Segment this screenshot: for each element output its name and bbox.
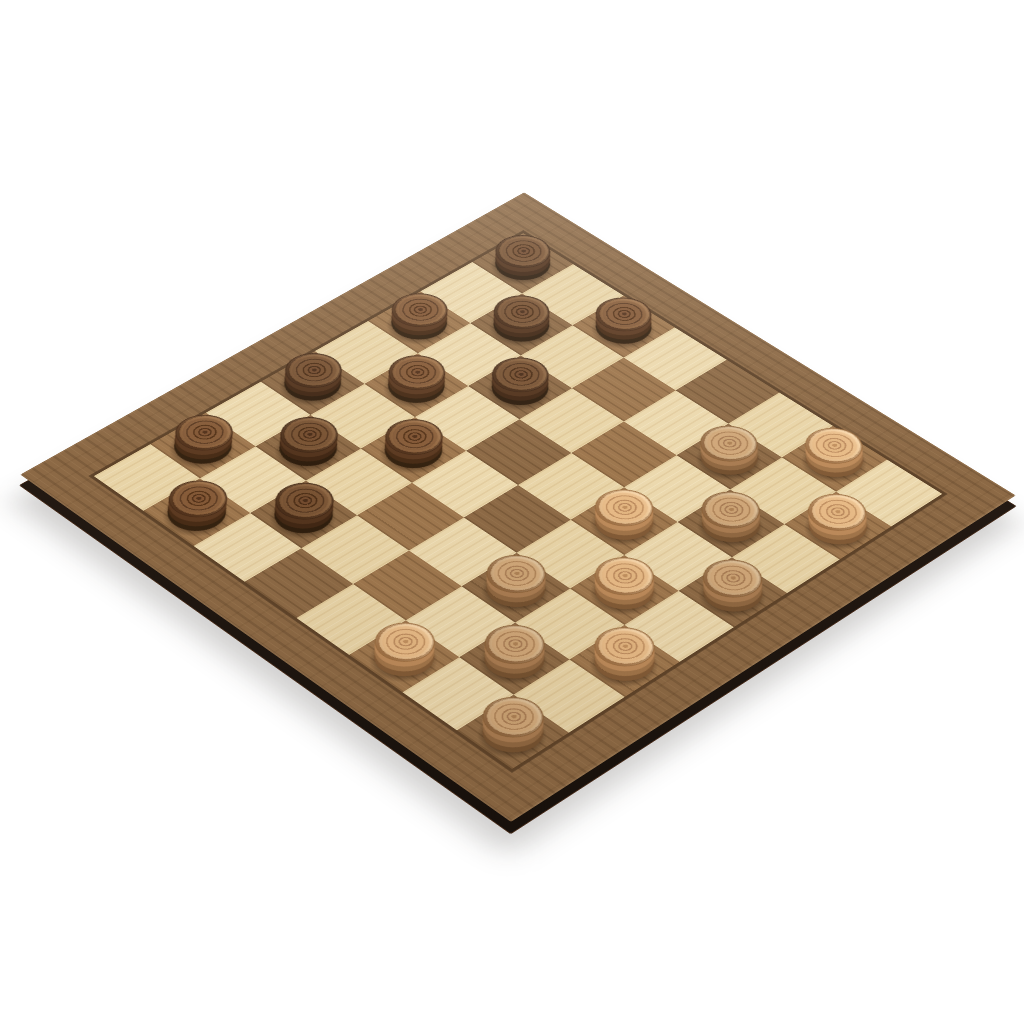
board-grid xyxy=(94,233,942,769)
product-photo-stage xyxy=(0,0,1024,1024)
checkers-board xyxy=(20,192,1015,822)
checker-piece-light[interactable] xyxy=(470,703,557,760)
